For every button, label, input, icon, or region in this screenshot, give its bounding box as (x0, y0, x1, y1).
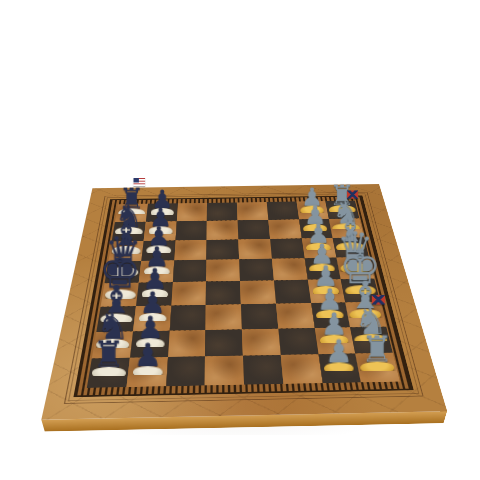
board-square (274, 280, 311, 304)
board-square (276, 303, 314, 328)
board-square (238, 239, 271, 260)
board-square (171, 282, 206, 306)
board-square (238, 220, 270, 239)
board-square (243, 355, 283, 385)
board-square (268, 219, 301, 238)
board-square (206, 259, 240, 281)
board-square (270, 238, 304, 259)
board-square (172, 260, 206, 282)
board-square (206, 281, 241, 305)
board-square (205, 356, 244, 386)
board-square (237, 202, 268, 220)
board-square (240, 280, 276, 304)
board-square (207, 220, 239, 239)
board-square (242, 328, 281, 355)
board-square (174, 240, 207, 261)
board-square (169, 305, 206, 331)
board-square (239, 259, 274, 281)
board-square (241, 304, 278, 330)
board-grid: ♜♟♟♜♞♟♟♞♝♟♟♝♛♟♟♛♚♟♟♚♝♟♟♝♞♟♟♞♜♟♟♜ (87, 201, 400, 388)
board-square (176, 203, 207, 221)
board-square (267, 202, 299, 220)
board-square (206, 304, 242, 330)
board-square (205, 329, 243, 357)
board-square (272, 258, 308, 280)
product-photo-scene: ♜♟♟♜♞♟♟♞♝♟♟♝♛♟♟♛♚♟♟♚♝♟♟♝♞♟♟♞♜♟♟♜ (0, 0, 480, 480)
board-square (207, 239, 240, 260)
board-square (278, 328, 318, 355)
board-square (168, 330, 206, 358)
board-map-border: ♜♟♟♜♞♟♟♞♝♟♟♝♛♟♟♛♚♟♟♚♝♟♟♝♞♟♟♞♜♟♟♜ (41, 184, 447, 420)
chess-board: ♜♟♟♜♞♟♟♞♝♟♟♝♛♟♟♛♚♟♟♚♝♟♟♝♞♟♟♞♜♟♟♜ (41, 184, 447, 420)
board-square (207, 202, 238, 220)
